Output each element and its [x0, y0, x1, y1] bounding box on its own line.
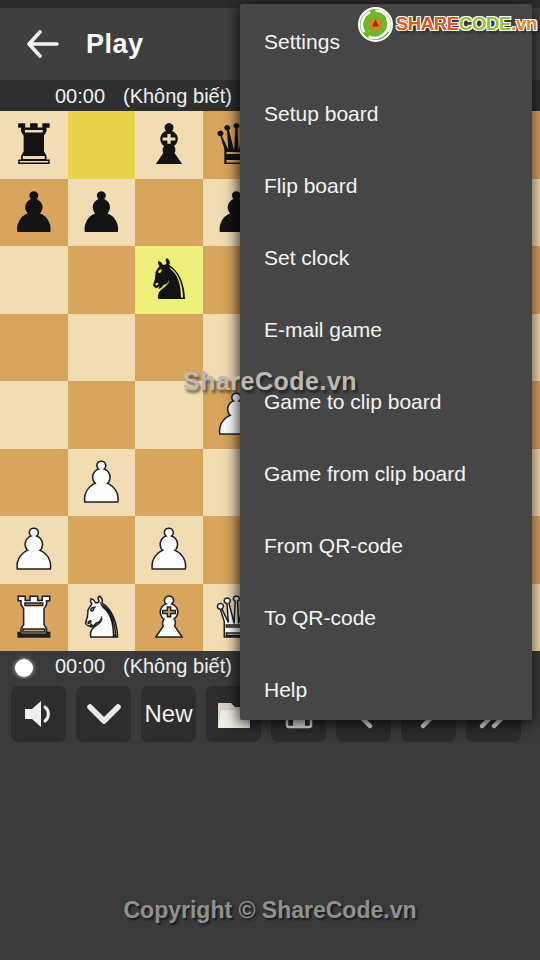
menu-item-help[interactable]: Help — [240, 654, 532, 720]
logo-text-share: SHARE — [396, 13, 459, 35]
logo-text-vn: .vn — [511, 13, 537, 35]
top-player-name: (Không biết) — [123, 84, 232, 107]
square-a1[interactable]: ♜ — [0, 584, 68, 652]
top-player-clock: 00:00 — [55, 84, 105, 107]
square-b7[interactable]: ♟ — [68, 179, 136, 247]
square-b8[interactable] — [68, 111, 136, 179]
square-c8[interactable]: ♝ — [135, 111, 203, 179]
collapse-button[interactable] — [76, 686, 131, 742]
white-piece-p-a2: ♟ — [9, 516, 59, 583]
menu-item-to-qr-code[interactable]: To QR-code — [240, 582, 532, 654]
square-a7[interactable]: ♟ — [0, 179, 68, 247]
page-title: Play — [86, 29, 144, 60]
white-piece-n-b1: ♞ — [76, 584, 126, 651]
black-piece-b-c8: ♝ — [144, 111, 194, 178]
square-a3[interactable] — [0, 449, 68, 517]
chevron-down-icon — [85, 702, 123, 726]
square-b6[interactable] — [68, 246, 136, 314]
menu-item-game-from-clip-board[interactable]: Game from clip board — [240, 438, 532, 510]
square-a2[interactable]: ♟ — [0, 516, 68, 584]
square-b1[interactable]: ♞ — [68, 584, 136, 652]
square-a6[interactable] — [0, 246, 68, 314]
white-piece-p-b3: ♟ — [76, 449, 126, 516]
menu-item-setup-board[interactable]: Setup board — [240, 78, 532, 150]
sharecode-logo: SHARECODE.vn — [357, 5, 537, 43]
square-c2[interactable]: ♟ — [135, 516, 203, 584]
square-a5[interactable] — [0, 314, 68, 382]
white-piece-r-a1: ♜ — [9, 584, 59, 651]
back-button[interactable] — [12, 14, 72, 74]
square-b5[interactable] — [68, 314, 136, 382]
square-a8[interactable]: ♜ — [0, 111, 68, 179]
white-to-move-indicator — [15, 659, 33, 677]
sound-button[interactable] — [11, 686, 66, 742]
center-watermark: ShareCode.vn — [183, 367, 357, 396]
logo-text-code: CODE — [459, 13, 511, 35]
square-c1[interactable]: ♝ — [135, 584, 203, 652]
new-button-label: New — [144, 700, 192, 728]
square-b4[interactable] — [68, 381, 136, 449]
back-arrow-icon — [25, 30, 59, 58]
bottom-player-name: (Không biết) — [123, 655, 232, 678]
menu-item-from-qr-code[interactable]: From QR-code — [240, 510, 532, 582]
square-c3[interactable] — [135, 449, 203, 517]
square-b3[interactable]: ♟ — [68, 449, 136, 517]
white-piece-b-c1: ♝ — [144, 584, 194, 651]
menu-item-e-mail-game[interactable]: E-mail game — [240, 294, 532, 366]
square-c6[interactable]: ♞ — [135, 246, 203, 314]
black-piece-p-a7: ♟ — [9, 179, 59, 246]
copyright-watermark: Copyright © ShareCode.vn — [0, 897, 540, 924]
black-piece-r-a8: ♜ — [9, 111, 59, 178]
white-piece-p-c2: ♟ — [144, 516, 194, 583]
square-a4[interactable] — [0, 381, 68, 449]
menu-item-set-clock[interactable]: Set clock — [240, 222, 532, 294]
menu-item-flip-board[interactable]: Flip board — [240, 150, 532, 222]
speaker-icon — [21, 697, 57, 731]
bottom-player-clock: 00:00 — [55, 655, 105, 678]
recycle-logo-icon — [357, 6, 394, 43]
new-button[interactable]: New — [141, 686, 196, 742]
black-piece-p-b7: ♟ — [76, 179, 126, 246]
square-c7[interactable] — [135, 179, 203, 247]
black-piece-n-c6: ♞ — [144, 246, 194, 313]
overflow-menu: SettingsSetup boardFlip boardSet clockE-… — [240, 4, 532, 720]
square-b2[interactable] — [68, 516, 136, 584]
